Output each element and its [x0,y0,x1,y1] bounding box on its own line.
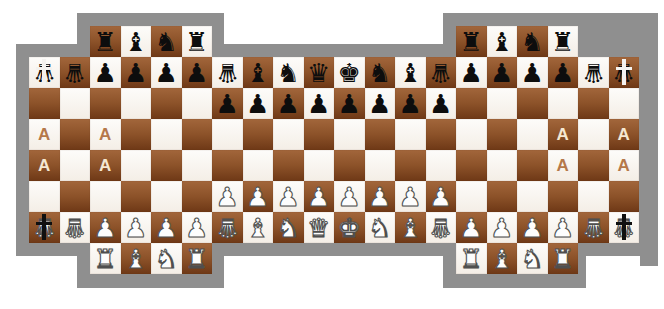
piece-glyph: ♟ [490,60,513,86]
piece-glyph: ♝ [124,246,147,272]
square-r5c9[interactable] [273,150,304,181]
square-r3c15[interactable] [456,88,487,119]
piece-glyph: ♞ [277,60,300,86]
square-r7c4[interactable]: ♟ [121,212,152,243]
square-r3c6[interactable] [182,88,213,119]
black-king-icon[interactable]: ♚ [334,57,365,88]
white-pawn-icon[interactable]: ♟ [273,181,304,212]
square-r3c17[interactable] [517,88,548,119]
square-r6c15[interactable] [456,181,487,212]
square-r4c13[interactable] [395,119,426,150]
white-pawn-icon[interactable]: ♟ [456,212,487,243]
white-bishop-icon[interactable]: ♝ [121,243,152,274]
black-chalice-inverted-queen-icon[interactable]: ♛ [578,57,609,88]
piece-glyph: ♟ [460,215,483,241]
square-r7c1[interactable]: ♛ [29,212,60,243]
square-r7c12[interactable]: ♞ [365,212,396,243]
piece-glyph: ♜ [94,29,117,55]
black-pawn-icon[interactable]: ♟ [395,88,426,119]
square-r3c11[interactable]: ♟ [334,88,365,119]
white-bishop-icon[interactable]: ♝ [243,212,274,243]
black-knight-icon[interactable]: ♞ [273,57,304,88]
piece-glyph: ♟ [246,184,269,210]
square-r6c20[interactable] [609,181,640,212]
piece-glyph: ♟ [246,91,269,117]
square-r2c7[interactable]: ♛ [212,57,243,88]
square-r3c13[interactable]: ♟ [395,88,426,119]
black-corner-cross-king-icon[interactable]: ♛ [29,57,60,88]
square-r7c20[interactable]: ♛ [609,212,640,243]
piece-glyph: ♟ [216,91,239,117]
piece-glyph: ♝ [399,60,422,86]
square-r6c9[interactable]: ♟ [273,181,304,212]
square-r6c8[interactable]: ♟ [243,181,274,212]
square-r7c19[interactable]: ♛ [578,212,609,243]
square-r7c11[interactable]: ♚ [334,212,365,243]
square-r7c13[interactable]: ♝ [395,212,426,243]
piece-glyph: ♝ [246,60,269,86]
cross-overlay-vertical [42,59,46,85]
piece-glyph: ♟ [551,215,574,241]
square-r6c14[interactable]: ♟ [426,181,457,212]
square-r8c15[interactable]: ♜ [456,243,487,274]
square-r6c5[interactable] [151,181,182,212]
square-r7c5[interactable]: ♟ [151,212,182,243]
piece-glyph: ♟ [155,215,178,241]
square-r2c1[interactable]: ♛ [29,57,60,88]
cross-overlay-vertical [622,214,626,240]
square-r7c14[interactable]: ♛ [426,212,457,243]
white-corner-cross-king-icon[interactable]: ♛ [609,212,640,243]
square-r5c8[interactable] [243,150,274,181]
white-chalice-inverted-queen-icon[interactable]: ♛ [426,212,457,243]
white-pawn-icon[interactable]: ♟ [517,212,548,243]
piece-glyph: ♛ [582,60,605,86]
square-letter-marker: A [618,157,630,174]
square-r3c19[interactable] [578,88,609,119]
square-r2c3[interactable]: ♟ [90,57,121,88]
square-r7c17[interactable]: ♟ [517,212,548,243]
white-pawn-icon[interactable]: ♟ [395,181,426,212]
square-r6c6[interactable] [182,181,213,212]
square-r4c2[interactable] [60,119,91,150]
piece-glyph: ♝ [399,215,422,241]
black-bishop-icon[interactable]: ♝ [121,26,152,57]
black-rook-icon[interactable]: ♜ [182,26,213,57]
square-r2c15[interactable]: ♟ [456,57,487,88]
piece-glyph: ♝ [124,29,147,55]
square-r5c16[interactable] [487,150,518,181]
square-r4c17[interactable] [517,119,548,150]
piece-glyph: ♝ [490,246,513,272]
white-knight-icon[interactable]: ♞ [151,243,182,274]
square-letter-marker: A [557,126,569,143]
square-r2c16[interactable]: ♟ [487,57,518,88]
white-pawn-icon[interactable]: ♟ [121,212,152,243]
square-r1c18[interactable]: ♜ [548,26,579,57]
square-r7c10[interactable]: ♛ [304,212,335,243]
square-r5c13[interactable] [395,150,426,181]
piece-glyph: ♜ [185,246,208,272]
piece-glyph: ♞ [521,246,544,272]
piece-glyph: ♛ [63,60,86,86]
square-r3c3[interactable] [90,88,121,119]
square-r2c18[interactable]: ♟ [548,57,579,88]
white-pawn-icon[interactable]: ♟ [426,181,457,212]
white-king-icon[interactable]: ♚ [334,212,365,243]
cross-overlay-vertical [42,214,46,240]
square-letter-marker: A [618,126,630,143]
white-pawn-icon[interactable]: ♟ [90,212,121,243]
square-r5c6[interactable] [182,150,213,181]
square-r7c7[interactable]: ♛ [212,212,243,243]
square-r3c1[interactable] [29,88,60,119]
piece-glyph: ♟ [277,184,300,210]
piece-glyph: ♟ [429,91,452,117]
square-r2c13[interactable]: ♝ [395,57,426,88]
piece-glyph: ♜ [460,246,483,272]
square-r4c16[interactable] [487,119,518,150]
square-letter-marker: A [38,126,50,143]
white-pawn-icon[interactable]: ♟ [487,212,518,243]
square-r3c12[interactable]: ♟ [365,88,396,119]
square-r2c9[interactable]: ♞ [273,57,304,88]
square-r2c14[interactable]: ♛ [426,57,457,88]
square-r7c18[interactable]: ♟ [548,212,579,243]
square-r5c20[interactable]: A [609,150,640,181]
square-letter-marker: A [99,126,111,143]
square-r3c7[interactable]: ♟ [212,88,243,119]
white-rook-icon[interactable]: ♜ [456,243,487,274]
square-r8c18[interactable]: ♜ [548,243,579,274]
white-pawn-icon[interactable]: ♟ [182,212,213,243]
black-chalice-inverted-queen-icon[interactable]: ♛ [426,57,457,88]
black-corner-cross-king-icon[interactable]: ♛ [609,57,640,88]
white-pawn-icon[interactable]: ♟ [334,181,365,212]
black-rook-icon[interactable]: ♜ [90,26,121,57]
square-r3c18[interactable] [548,88,579,119]
square-r6c3[interactable] [90,181,121,212]
piece-glyph: ♛ [216,215,239,241]
piece-glyph: ♞ [155,246,178,272]
square-r1c5[interactable]: ♞ [151,26,182,57]
square-r1c17[interactable]: ♞ [517,26,548,57]
square-r5c10[interactable] [304,150,335,181]
piece-glyph: ♟ [368,184,391,210]
square-r6c10[interactable]: ♟ [304,181,335,212]
white-chalice-inverted-queen-icon[interactable]: ♛ [212,212,243,243]
black-pawn-icon[interactable]: ♟ [304,88,335,119]
square-r1c15[interactable]: ♜ [456,26,487,57]
square-r5c18[interactable]: A [548,150,579,181]
black-bishop-icon[interactable]: ♝ [395,57,426,88]
square-r6c12[interactable]: ♟ [365,181,396,212]
black-bishop-icon[interactable]: ♝ [487,26,518,57]
black-knight-icon[interactable]: ♞ [365,57,396,88]
square-r5c2[interactable] [60,150,91,181]
square-r8c4[interactable]: ♝ [121,243,152,274]
square-r2c11[interactable]: ♚ [334,57,365,88]
square-r5c7[interactable] [212,150,243,181]
piece-glyph: ♜ [460,29,483,55]
white-knight-icon[interactable]: ♞ [517,243,548,274]
square-r4c18[interactable]: A [548,119,579,150]
square-r3c9[interactable]: ♟ [273,88,304,119]
piece-glyph: ♟ [185,215,208,241]
white-rook-icon[interactable]: ♜ [548,243,579,274]
square-r1c3[interactable]: ♜ [90,26,121,57]
piece-glyph: ♟ [460,60,483,86]
white-pawn-icon[interactable]: ♟ [548,212,579,243]
board-border-right-strip [640,44,658,266]
square-r3c4[interactable] [121,88,152,119]
square-r4c12[interactable] [365,119,396,150]
square-r4c11[interactable] [334,119,365,150]
square-r1c16[interactable]: ♝ [487,26,518,57]
square-r5c5[interactable] [151,150,182,181]
square-r5c11[interactable] [334,150,365,181]
cross-overlay-horizontal [36,67,52,71]
square-r2c8[interactable]: ♝ [243,57,274,88]
piece-glyph: ♟ [368,91,391,117]
square-r4c15[interactable] [456,119,487,150]
black-knight-icon[interactable]: ♞ [517,26,548,57]
square-r4c4[interactable] [121,119,152,150]
piece-glyph: ♟ [94,60,117,86]
square-r3c16[interactable] [487,88,518,119]
piece-glyph: ♟ [277,91,300,117]
white-pawn-icon[interactable]: ♟ [365,181,396,212]
square-r4c7[interactable] [212,119,243,150]
square-r6c11[interactable]: ♟ [334,181,365,212]
black-pawn-icon[interactable]: ♟ [548,57,579,88]
piece-glyph: ♜ [551,246,574,272]
square-r6c1[interactable] [29,181,60,212]
square-r8c16[interactable]: ♝ [487,243,518,274]
cross-overlay-horizontal [616,222,632,226]
square-r7c6[interactable]: ♟ [182,212,213,243]
black-pawn-icon[interactable]: ♟ [365,88,396,119]
piece-glyph: ♞ [521,29,544,55]
white-bishop-icon[interactable]: ♝ [487,243,518,274]
piece-glyph: ♟ [490,215,513,241]
page-background: ♜♝♞♜♜♝♞♜♛♛♟♟♟♟♛♝♞♛♚♞♝♛♟♟♟♟♛♛♟♟♟♟♟♟♟♟AAAA… [0,0,664,309]
square-r4c20[interactable]: A [609,119,640,150]
square-r5c1[interactable]: A [29,150,60,181]
square-r7c16[interactable]: ♟ [487,212,518,243]
square-r4c5[interactable] [151,119,182,150]
piece-glyph: ♛ [582,215,605,241]
square-r6c19[interactable] [578,181,609,212]
white-pawn-icon[interactable]: ♟ [212,181,243,212]
square-r2c12[interactable]: ♞ [365,57,396,88]
black-pawn-icon[interactable]: ♟ [90,57,121,88]
black-chalice-inverted-queen-icon[interactable]: ♛ [212,57,243,88]
black-pawn-icon[interactable]: ♟ [487,57,518,88]
piece-glyph: ♟ [399,184,422,210]
square-r4c14[interactable] [426,119,457,150]
square-r3c8[interactable]: ♟ [243,88,274,119]
square-letter-marker: A [557,157,569,174]
square-r5c4[interactable] [121,150,152,181]
black-rook-icon[interactable]: ♜ [548,26,579,57]
square-r1c6[interactable]: ♜ [182,26,213,57]
piece-glyph: ♟ [94,215,117,241]
square-r5c14[interactable] [426,150,457,181]
square-r2c5[interactable]: ♟ [151,57,182,88]
square-r2c20[interactable]: ♛ [609,57,640,88]
black-queen-icon[interactable]: ♛ [304,57,335,88]
square-r4c3[interactable]: A [90,119,121,150]
square-letter-marker: A [99,157,111,174]
white-corner-cross-king-icon[interactable]: ♛ [29,212,60,243]
square-r3c14[interactable]: ♟ [426,88,457,119]
square-r3c20[interactable] [609,88,640,119]
piece-glyph: ♟ [216,184,239,210]
square-r1c4[interactable]: ♝ [121,26,152,57]
cross-overlay-vertical [622,59,626,85]
square-r4c6[interactable] [182,119,213,150]
piece-glyph: ♛ [307,60,330,86]
piece-glyph: ♞ [368,215,391,241]
piece-glyph: ♞ [368,60,391,86]
white-chalice-inverted-queen-icon[interactable]: ♛ [578,212,609,243]
white-pawn-icon[interactable]: ♟ [243,181,274,212]
white-queen-icon[interactable]: ♛ [304,212,335,243]
white-knight-icon[interactable]: ♞ [365,212,396,243]
piece-glyph: ♝ [246,215,269,241]
piece-glyph: ♛ [307,215,330,241]
black-pawn-icon[interactable]: ♟ [334,88,365,119]
piece-glyph: ♟ [307,91,330,117]
square-r7c3[interactable]: ♟ [90,212,121,243]
square-r2c10[interactable]: ♛ [304,57,335,88]
white-pawn-icon[interactable]: ♟ [304,181,335,212]
square-r6c4[interactable] [121,181,152,212]
piece-glyph: ♟ [124,60,147,86]
black-bishop-icon[interactable]: ♝ [243,57,274,88]
square-r5c3[interactable]: A [90,150,121,181]
piece-glyph: ♞ [155,29,178,55]
square-r5c15[interactable] [456,150,487,181]
black-knight-icon[interactable]: ♞ [151,26,182,57]
square-r3c2[interactable] [60,88,91,119]
piece-glyph: ♟ [338,184,361,210]
piece-glyph: ♛ [63,215,86,241]
square-r6c16[interactable] [487,181,518,212]
piece-glyph: ♟ [399,91,422,117]
square-r4c19[interactable] [578,119,609,150]
piece-glyph: ♜ [94,246,117,272]
black-rook-icon[interactable]: ♜ [456,26,487,57]
square-r7c9[interactable]: ♞ [273,212,304,243]
black-pawn-icon[interactable]: ♟ [273,88,304,119]
cross-overlay-horizontal [616,67,632,71]
square-r4c9[interactable] [273,119,304,150]
square-letter-marker: A [38,157,50,174]
black-pawn-icon[interactable]: ♟ [243,88,274,119]
square-r4c1[interactable]: A [29,119,60,150]
black-pawn-icon[interactable]: ♟ [182,57,213,88]
square-r8c6[interactable]: ♜ [182,243,213,274]
piece-glyph: ♟ [155,60,178,86]
piece-glyph: ♚ [338,60,361,86]
square-r2c17[interactable]: ♟ [517,57,548,88]
black-pawn-icon[interactable]: ♟ [517,57,548,88]
game-board: ♜♝♞♜♜♝♞♜♛♛♟♟♟♟♛♝♞♛♚♞♝♛♟♟♟♟♛♛♟♟♟♟♟♟♟♟AAAA… [29,26,639,274]
square-r4c8[interactable] [243,119,274,150]
piece-glyph: ♜ [185,29,208,55]
black-pawn-icon[interactable]: ♟ [212,88,243,119]
piece-glyph: ♝ [490,29,513,55]
white-pawn-icon[interactable]: ♟ [151,212,182,243]
black-pawn-icon[interactable]: ♟ [426,88,457,119]
piece-glyph: ♟ [185,60,208,86]
piece-glyph: ♟ [307,184,330,210]
piece-glyph: ♜ [551,29,574,55]
square-r5c17[interactable] [517,150,548,181]
square-r4c10[interactable] [304,119,335,150]
square-r7c2[interactable]: ♛ [60,212,91,243]
square-r6c18[interactable] [548,181,579,212]
black-chalice-inverted-queen-icon[interactable]: ♛ [60,57,91,88]
black-pawn-icon[interactable]: ♟ [456,57,487,88]
square-r7c15[interactable]: ♟ [456,212,487,243]
white-bishop-icon[interactable]: ♝ [395,212,426,243]
square-r5c12[interactable] [365,150,396,181]
square-r2c2[interactable]: ♛ [60,57,91,88]
square-r6c13[interactable]: ♟ [395,181,426,212]
white-knight-icon[interactable]: ♞ [273,212,304,243]
piece-glyph: ♟ [521,215,544,241]
white-rook-icon[interactable]: ♜ [182,243,213,274]
square-r2c6[interactable]: ♟ [182,57,213,88]
piece-glyph: ♟ [338,91,361,117]
black-pawn-icon[interactable]: ♟ [151,57,182,88]
square-r2c19[interactable]: ♛ [578,57,609,88]
square-r7c8[interactable]: ♝ [243,212,274,243]
white-rook-icon[interactable]: ♜ [90,243,121,274]
piece-glyph: ♟ [124,215,147,241]
square-r8c17[interactable]: ♞ [517,243,548,274]
cross-overlay-horizontal [36,222,52,226]
square-r3c5[interactable] [151,88,182,119]
square-r5c19[interactable] [578,150,609,181]
black-pawn-icon[interactable]: ♟ [121,57,152,88]
square-r3c10[interactable]: ♟ [304,88,335,119]
piece-glyph: ♟ [521,60,544,86]
square-r2c4[interactable]: ♟ [121,57,152,88]
square-r6c7[interactable]: ♟ [212,181,243,212]
square-r6c2[interactable] [60,181,91,212]
piece-glyph: ♛ [429,215,452,241]
square-r8c5[interactable]: ♞ [151,243,182,274]
square-r6c17[interactable] [517,181,548,212]
piece-glyph: ♛ [216,60,239,86]
square-r8c3[interactable]: ♜ [90,243,121,274]
piece-glyph: ♚ [338,215,361,241]
piece-glyph: ♟ [551,60,574,86]
piece-glyph: ♟ [429,184,452,210]
piece-glyph: ♛ [429,60,452,86]
white-chalice-inverted-queen-icon[interactable]: ♛ [60,212,91,243]
piece-glyph: ♞ [277,215,300,241]
